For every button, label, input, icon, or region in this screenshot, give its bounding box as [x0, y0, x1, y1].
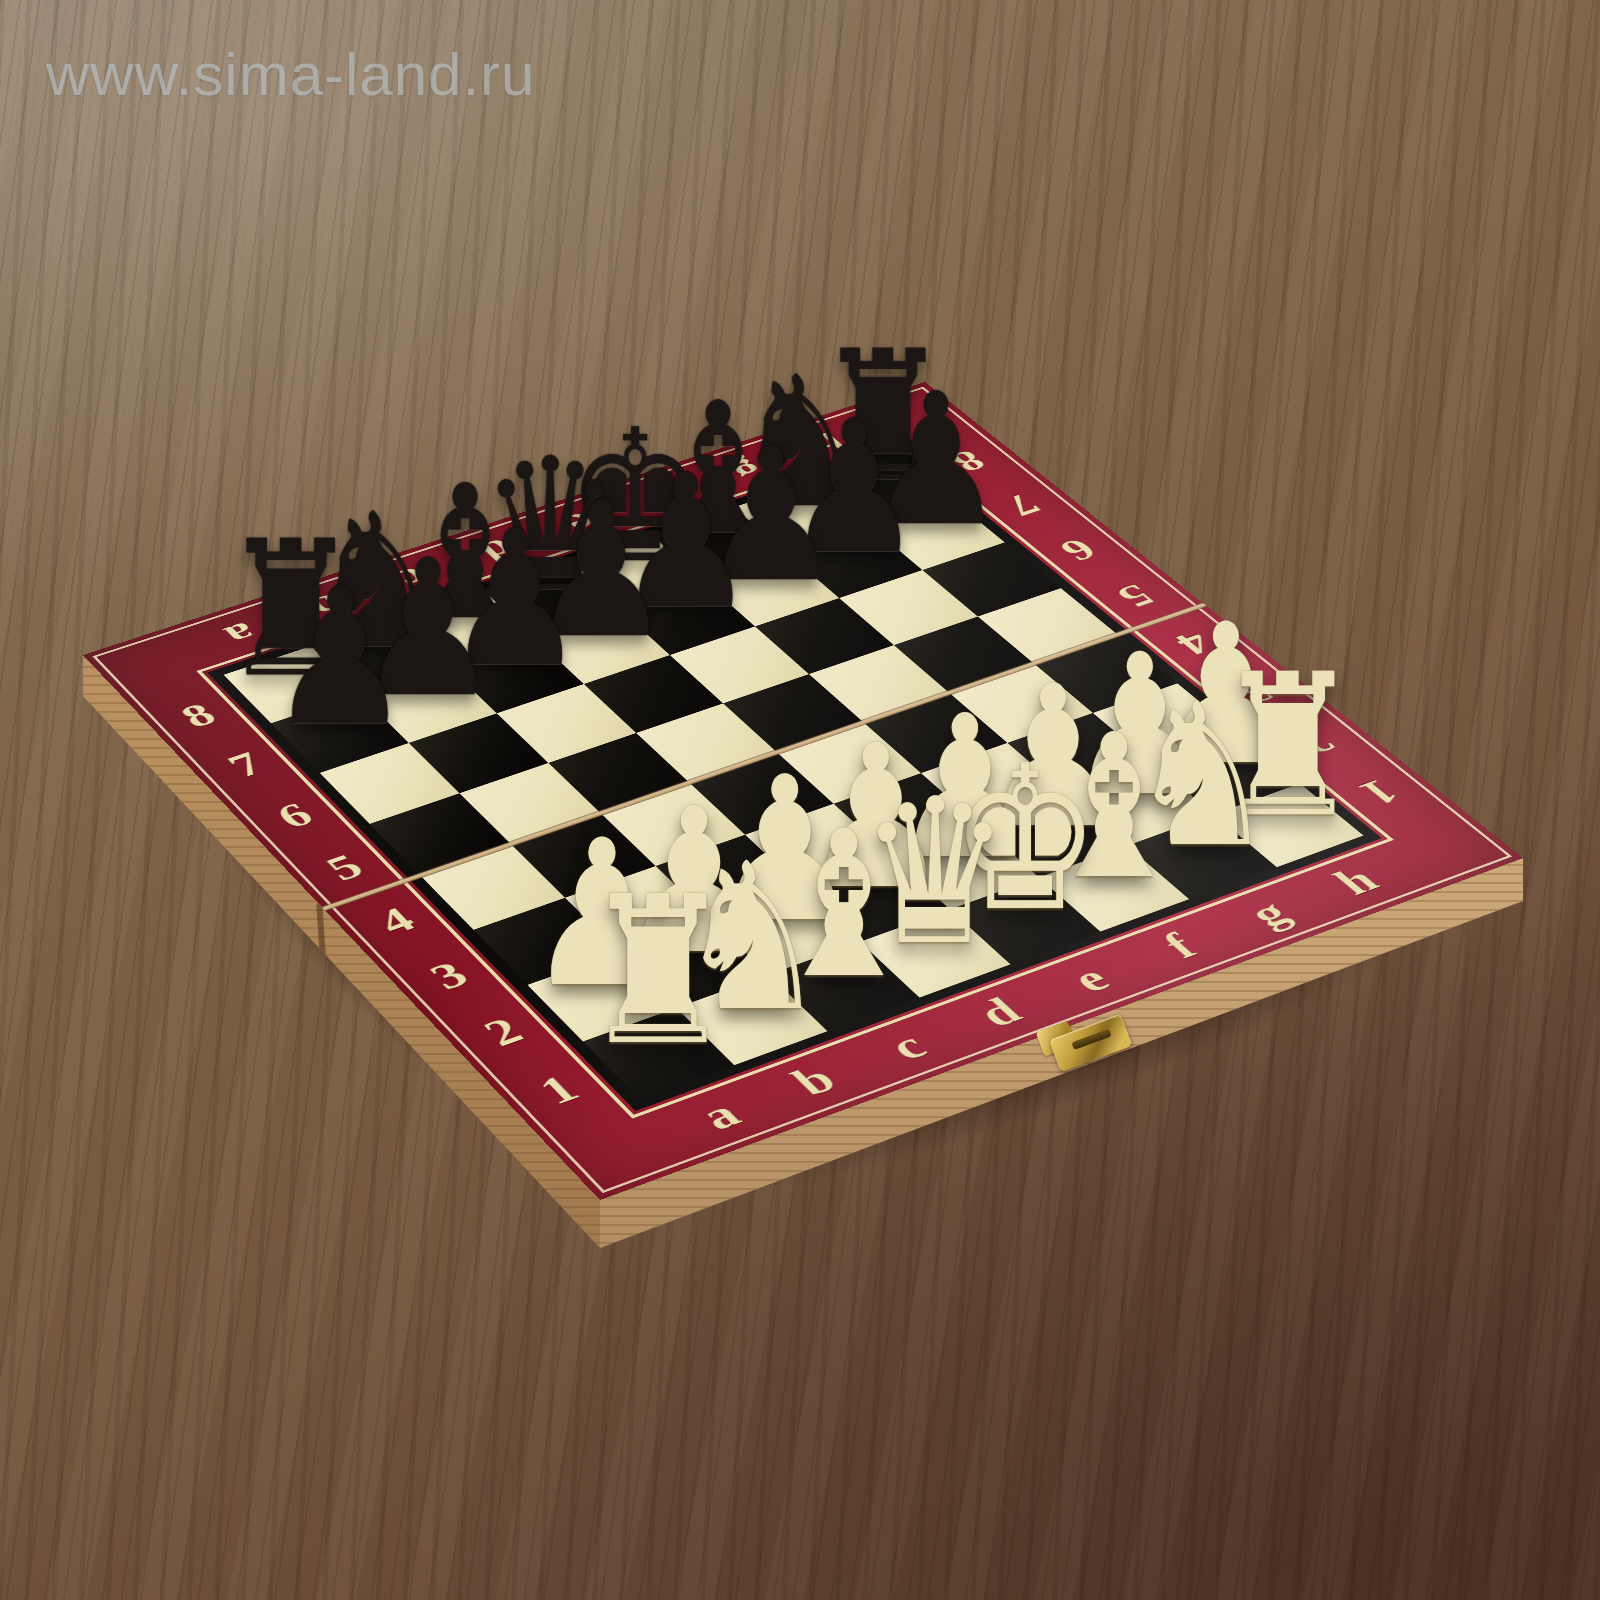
watermark: www.sima-land.ru [46, 40, 535, 109]
product-photo-scene: www.sima-land.ru aabbccddeeffgghh1122334… [0, 0, 1600, 1600]
